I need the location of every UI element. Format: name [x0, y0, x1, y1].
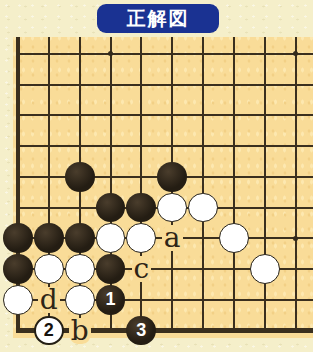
point-B10: [33, 38, 64, 69]
point-J10: [249, 38, 280, 69]
point-E4: [126, 223, 157, 254]
point-H3: [218, 254, 249, 285]
point-H8: [218, 100, 249, 131]
point-F5: [157, 192, 188, 223]
white-stone-F5: [157, 193, 187, 223]
point-K9: [280, 69, 311, 100]
black-stone-E1-move-3: 3: [126, 316, 156, 346]
point-C7: [64, 131, 95, 162]
white-stone-G5: [188, 193, 218, 223]
point-K8: [280, 100, 311, 131]
point-B3: [33, 254, 64, 285]
point-D1: [95, 315, 126, 346]
point-C10: [64, 38, 95, 69]
white-stone-C2: [65, 285, 95, 315]
point-D7: [95, 131, 126, 162]
point-K2: [280, 284, 311, 315]
white-stone-H4: [219, 223, 249, 253]
black-stone-D5: [96, 193, 126, 223]
point-H9: [218, 69, 249, 100]
point-D3: [95, 254, 126, 285]
page: 正解図 acd12b3: [0, 0, 313, 352]
black-stone-D3: [96, 254, 126, 284]
point-K6: [280, 161, 311, 192]
point-B1: 2: [33, 315, 64, 346]
point-G6: [188, 161, 219, 192]
label-b-C1: b: [69, 318, 91, 344]
point-G3: [188, 254, 219, 285]
point-F10: [157, 38, 188, 69]
point-H1: [218, 315, 249, 346]
point-C4: [64, 223, 95, 254]
point-K4: [280, 223, 311, 254]
title-badge: 正解図: [97, 4, 219, 33]
point-J4: [249, 223, 280, 254]
point-J3: [249, 254, 280, 285]
point-D2: 1: [95, 284, 126, 315]
point-A8: [3, 100, 34, 131]
point-A4: [3, 223, 34, 254]
white-stone-B3: [34, 254, 64, 284]
point-H7: [218, 131, 249, 162]
point-A9: [3, 69, 34, 100]
point-D10: [95, 38, 126, 69]
point-B8: [33, 100, 64, 131]
white-stone-E4: [126, 223, 156, 253]
white-stone-C3: [65, 254, 95, 284]
point-B5: [33, 192, 64, 223]
point-J2: [249, 284, 280, 315]
label-d-B2: d: [38, 287, 60, 313]
point-H4: [218, 223, 249, 254]
point-A3: [3, 254, 34, 285]
point-K10: [280, 38, 311, 69]
point-D5: [95, 192, 126, 223]
point-C5: [64, 192, 95, 223]
point-J9: [249, 69, 280, 100]
point-A5: [3, 192, 34, 223]
point-K7: [280, 131, 311, 162]
point-H5: [218, 192, 249, 223]
point-F4: a: [157, 223, 188, 254]
point-G10: [188, 38, 219, 69]
point-D8: [95, 100, 126, 131]
label-a-F4: a: [162, 225, 183, 251]
point-G1: [188, 315, 219, 346]
white-stone-D4: [96, 223, 126, 253]
board-grid: acd12b3: [3, 38, 311, 346]
point-C1: b: [64, 315, 95, 346]
point-F7: [157, 131, 188, 162]
title-text: 正解図: [127, 6, 190, 32]
point-A7: [3, 131, 34, 162]
point-B7: [33, 131, 64, 162]
point-K1: [280, 315, 311, 346]
black-stone-F6: [157, 162, 187, 192]
point-F1: [157, 315, 188, 346]
point-G8: [188, 100, 219, 131]
point-E10: [126, 38, 157, 69]
point-G2: [188, 284, 219, 315]
white-stone-A2: [3, 285, 33, 315]
point-D4: [95, 223, 126, 254]
point-C6: [64, 161, 95, 192]
point-A6: [3, 161, 34, 192]
point-B6: [33, 161, 64, 192]
point-A2: [3, 284, 34, 315]
point-B2: d: [33, 284, 64, 315]
point-E7: [126, 131, 157, 162]
black-stone-C6: [65, 162, 95, 192]
point-E9: [126, 69, 157, 100]
point-C2: [64, 284, 95, 315]
point-B4: [33, 223, 64, 254]
point-E2: [126, 284, 157, 315]
point-G5: [188, 192, 219, 223]
point-F9: [157, 69, 188, 100]
black-stone-C4: [65, 223, 95, 253]
black-stone-A3: [3, 254, 33, 284]
label-c-E3: c: [132, 256, 152, 282]
black-stone-B4: [34, 223, 64, 253]
point-C8: [64, 100, 95, 131]
point-B9: [33, 69, 64, 100]
point-D9: [95, 69, 126, 100]
point-J1: [249, 315, 280, 346]
point-J6: [249, 161, 280, 192]
point-E3: c: [126, 254, 157, 285]
point-E6: [126, 161, 157, 192]
black-stone-A4: [3, 223, 33, 253]
point-J7: [249, 131, 280, 162]
point-E8: [126, 100, 157, 131]
point-K5: [280, 192, 311, 223]
white-stone-B1-move-2: 2: [34, 316, 64, 346]
point-G7: [188, 131, 219, 162]
point-C9: [64, 69, 95, 100]
point-A10: [3, 38, 34, 69]
point-F6: [157, 161, 188, 192]
point-G9: [188, 69, 219, 100]
point-F3: [157, 254, 188, 285]
white-stone-J3: [250, 254, 280, 284]
point-K3: [280, 254, 311, 285]
point-E1: 3: [126, 315, 157, 346]
black-stone-E5: [126, 193, 156, 223]
point-D6: [95, 161, 126, 192]
point-G4: [188, 223, 219, 254]
point-A1: [3, 315, 34, 346]
point-F2: [157, 284, 188, 315]
point-H10: [218, 38, 249, 69]
point-H6: [218, 161, 249, 192]
point-E5: [126, 192, 157, 223]
point-J8: [249, 100, 280, 131]
point-F8: [157, 100, 188, 131]
black-stone-D2-move-1: 1: [96, 285, 126, 315]
point-H2: [218, 284, 249, 315]
point-C3: [64, 254, 95, 285]
point-J5: [249, 192, 280, 223]
